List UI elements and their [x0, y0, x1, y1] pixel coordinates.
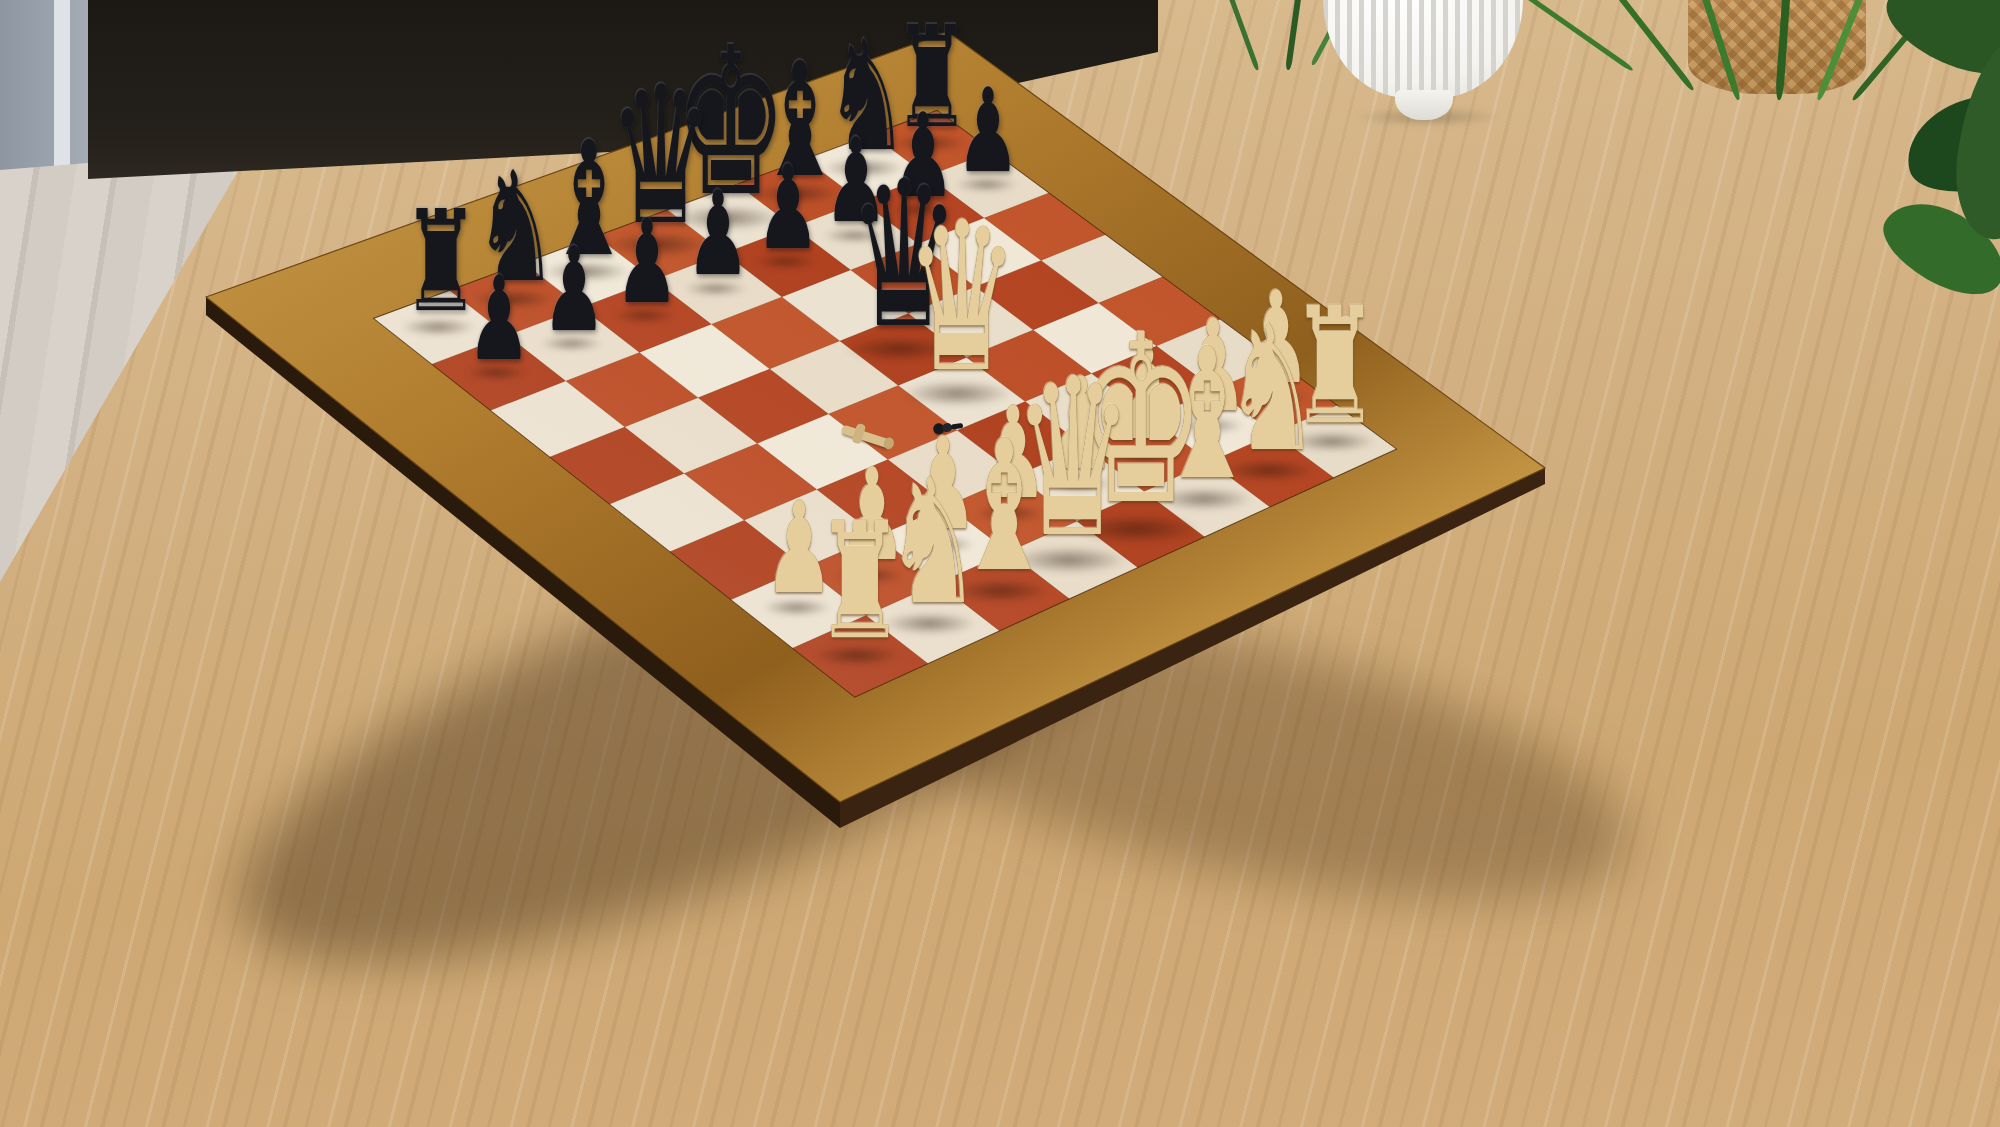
piece-white-rook-a1: ♜ [815, 501, 904, 662]
photo-of-chess-set-on-table: { "game": "chess", "position": { "fen": … [0, 0, 2000, 1127]
piece-black-pawn-b7: ♟ [542, 232, 606, 348]
piece-black-pawn-a7: ♟ [467, 261, 531, 377]
piece-white-queen-e4: ♛ [905, 195, 1020, 401]
piece-black-pawn-c7: ♟ [615, 204, 679, 320]
piece-black-pawn-e7: ♟ [756, 150, 820, 266]
piece-black-pawn-d7: ♟ [686, 176, 750, 292]
piece-black-pawn-h7: ♟ [956, 73, 1020, 189]
